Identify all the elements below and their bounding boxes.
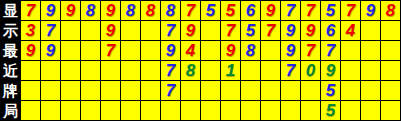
- grid-cell: [261, 81, 281, 101]
- grid-cell: 8: [81, 1, 101, 21]
- grid-cell: [141, 41, 161, 61]
- grid-cell: 9: [161, 41, 181, 61]
- grid-cell: [141, 61, 161, 81]
- grid-cell: [121, 61, 141, 81]
- grid-cell: [241, 61, 261, 81]
- grid-cell: [121, 101, 141, 121]
- grid-cell: [361, 81, 381, 101]
- grid-cell: [381, 61, 401, 81]
- grid-cell: [201, 81, 221, 101]
- grid-cell: 9: [281, 41, 301, 61]
- grid-cell: 9: [281, 21, 301, 41]
- grid-cell: 5: [321, 101, 341, 121]
- grid-cell: [221, 81, 241, 101]
- grid-cell: 7: [301, 41, 321, 61]
- grid-cell: [241, 81, 261, 101]
- grid-cell: [301, 101, 321, 121]
- grid-cell: [261, 41, 281, 61]
- grid-cell: [41, 101, 61, 121]
- grid-cell: [281, 81, 301, 101]
- grid-cell: 7: [321, 41, 341, 61]
- grid-cell: [361, 21, 381, 41]
- grid-cell: 7: [301, 1, 321, 21]
- grid-cell: [241, 101, 261, 121]
- label-char: 示: [1, 21, 21, 41]
- grid-cell: [81, 101, 101, 121]
- grid-cell: [141, 101, 161, 121]
- grid-cell: 9: [221, 41, 241, 61]
- grid-cell: [121, 21, 141, 41]
- grid-cell: 7: [181, 1, 201, 21]
- grid-cell: [61, 41, 81, 61]
- grid-cell: 9: [41, 41, 61, 61]
- grid-cell: [181, 101, 201, 121]
- grid-cell: [121, 41, 141, 61]
- grid-cell: 7: [261, 21, 281, 41]
- grid-cell: 9: [301, 21, 321, 41]
- grid-cell: [21, 101, 41, 121]
- grid-cell: 9: [41, 1, 61, 21]
- grid-cell: 6: [321, 21, 341, 41]
- grid-cell: 7: [161, 61, 181, 81]
- grid-cell: [201, 21, 221, 41]
- grid-cell: [41, 61, 61, 81]
- grid-cell: [201, 41, 221, 61]
- grid-cell: [201, 61, 221, 81]
- recent-rounds-board: 显7998988875569775798示379797579964最997949…: [0, 0, 401, 121]
- grid-cell: 9: [321, 61, 341, 81]
- grid-cell: 7: [161, 21, 181, 41]
- grid-cell: 8: [241, 41, 261, 61]
- grid-cell: 5: [241, 21, 261, 41]
- grid-cell: [361, 41, 381, 61]
- grid-cell: [61, 21, 81, 41]
- grid-cell: [61, 61, 81, 81]
- grid-cell: [161, 101, 181, 121]
- grid-cell: 4: [181, 41, 201, 61]
- grid-cell: 8: [161, 1, 181, 21]
- label-char: 牌: [1, 81, 21, 101]
- grid-cell: [81, 81, 101, 101]
- grid-cell: [301, 81, 321, 101]
- grid-cell: [81, 21, 101, 41]
- grid-cell: [341, 81, 361, 101]
- label-char: 局: [1, 101, 21, 121]
- grid-cell: [361, 101, 381, 121]
- grid-cell: 7: [101, 41, 121, 61]
- grid-cell: 7: [221, 21, 241, 41]
- grid-cell: [341, 61, 361, 81]
- grid-cell: [281, 101, 301, 121]
- grid-cell: 8: [181, 61, 201, 81]
- grid-cell: [181, 81, 201, 101]
- grid-cell: [21, 81, 41, 101]
- grid-cell: 6: [241, 1, 261, 21]
- grid-cell: [61, 81, 81, 101]
- grid-cell: 7: [281, 1, 301, 21]
- grid-cell: 7: [281, 61, 301, 81]
- grid-cell: [41, 81, 61, 101]
- grid-cell: [381, 41, 401, 61]
- grid-cell: 9: [181, 21, 201, 41]
- grid-cell: [381, 21, 401, 41]
- grid-cell: [261, 61, 281, 81]
- grid-cell: 8: [381, 1, 401, 21]
- grid-cell: 7: [161, 81, 181, 101]
- grid-cell: 1: [221, 61, 241, 81]
- label-char: 显: [1, 1, 21, 21]
- grid-cell: 5: [321, 81, 341, 101]
- grid-cell: [201, 101, 221, 121]
- grid-cell: 5: [201, 1, 221, 21]
- grid-cell: [381, 101, 401, 121]
- grid-cell: [261, 101, 281, 121]
- grid-cell: [361, 61, 381, 81]
- grid-cell: 7: [21, 1, 41, 21]
- grid-cell: [341, 101, 361, 121]
- label-char: 最: [1, 41, 21, 61]
- grid-cell: 9: [361, 1, 381, 21]
- grid-cell: 7: [41, 21, 61, 41]
- grid-cell: 8: [141, 1, 161, 21]
- grid-cell: [141, 81, 161, 101]
- grid-cell: [101, 61, 121, 81]
- grid-cell: 9: [21, 41, 41, 61]
- grid-cell: [141, 21, 161, 41]
- grid-cell: [381, 81, 401, 101]
- grid-cell: [81, 61, 101, 81]
- grid-cell: 4: [341, 21, 361, 41]
- grid-cell: 9: [61, 1, 81, 21]
- grid-cell: 3: [21, 21, 41, 41]
- grid-cell: 8: [121, 1, 141, 21]
- grid-cell: [101, 101, 121, 121]
- grid-cell: 9: [101, 1, 121, 21]
- grid-cell: [81, 41, 101, 61]
- grid-cell: [21, 61, 41, 81]
- grid-cell: 9: [101, 21, 121, 41]
- grid-cell: 5: [221, 1, 241, 21]
- grid-cell: 9: [261, 1, 281, 21]
- grid-cell: 5: [321, 1, 341, 21]
- grid-cell: [121, 81, 141, 101]
- grid-cell: 0: [301, 61, 321, 81]
- grid-cell: [341, 41, 361, 61]
- grid-cell: 7: [341, 1, 361, 21]
- grid-cell: [101, 81, 121, 101]
- grid-cell: [61, 101, 81, 121]
- grid-cell: [221, 101, 241, 121]
- label-char: 近: [1, 61, 21, 81]
